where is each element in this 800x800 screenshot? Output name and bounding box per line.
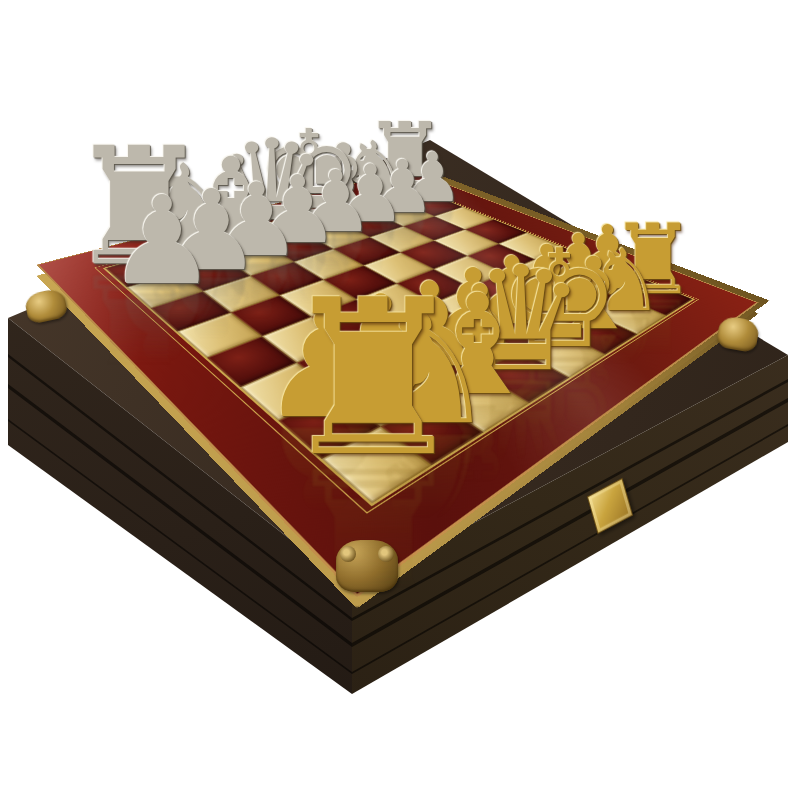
piece-black-pawn-a7[interactable]: ♟ xyxy=(108,181,217,303)
piece-white-rook-a1[interactable]: ♜ xyxy=(277,271,470,486)
board-corner-ornament-front xyxy=(336,540,398,592)
chess-set-photo: ♜♜♞♞♝♝♛♛♚♚♝♝♞♞♜♜♟♟♟♟♟♟♟♟♟♟♟♟♟♟♟♟♟♟♟♟♟♟♟♟… xyxy=(0,0,800,800)
